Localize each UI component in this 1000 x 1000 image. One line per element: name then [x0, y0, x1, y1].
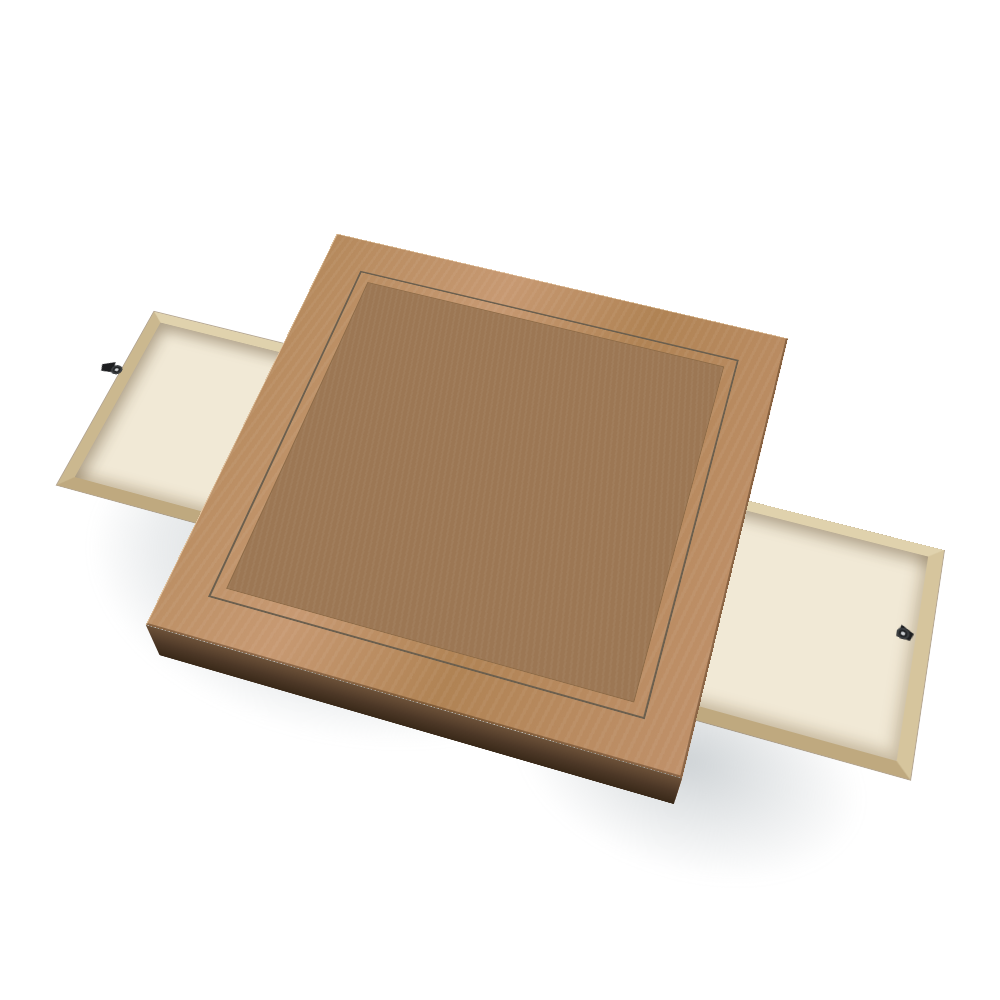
product-photo-stage [232, 216, 744, 728]
box-scene [146, 234, 788, 779]
metal-latch-icon [895, 622, 923, 647]
checkerboard-grid [227, 283, 723, 702]
metal-latch-icon [98, 358, 127, 378]
